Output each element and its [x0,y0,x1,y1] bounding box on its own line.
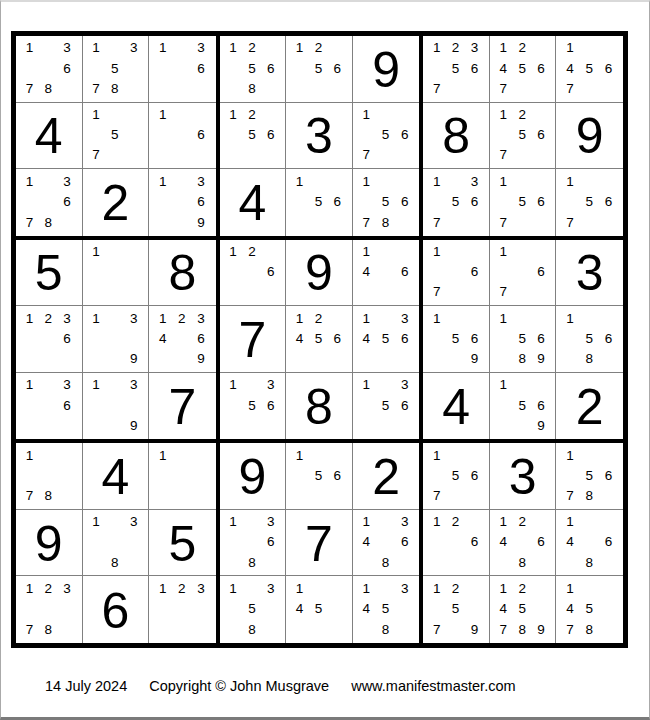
candidate-empty [532,578,551,599]
candidate-empty [172,125,191,145]
candidate-grid: 1245789 [494,578,551,640]
cell-r9c1[interactable]: 12378 [16,576,83,643]
candidate-empty [494,416,513,437]
cell-r9c3[interactable]: 123 [149,576,216,643]
candidate-empty [599,349,618,369]
cell-r8c1[interactable]: 9 [16,510,83,577]
cell-r8c3[interactable]: 5 [149,510,216,577]
cell-r6c5[interactable]: 8 [286,373,353,440]
candidate-empty [395,282,414,302]
cell-r5c1[interactable]: 1236 [16,306,83,373]
cell-r6c8[interactable]: 1569 [490,373,557,440]
candidate-digit: 1 [224,375,243,396]
cell-r6c4[interactable]: 1356 [220,373,287,440]
candidate-empty [309,578,328,599]
cell-r4c3[interactable]: 8 [149,240,216,307]
candidate-digit: 3 [191,578,210,599]
cell-r7c4[interactable]: 9 [220,443,287,510]
candidate-grid: 1567 [427,445,484,506]
cell-r1c2[interactable]: 13578 [83,36,150,103]
candidate-empty [376,242,395,262]
candidate-empty [494,328,513,348]
candidate-grid: 156 [290,171,347,233]
cell-r3c6[interactable]: 15678 [353,169,420,236]
cell-r6c1[interactable]: 136 [16,373,83,440]
candidate-empty [309,619,328,640]
candidate-digit: 8 [376,212,395,233]
cell-r5c2[interactable]: 139 [83,306,150,373]
candidate-digit: 6 [261,395,280,416]
candidate-empty [395,552,414,572]
candidate-digit: 4 [494,599,513,620]
candidate-empty [599,212,618,233]
candidate-empty [446,619,465,640]
cell-value: 9 [35,517,63,569]
candidate-empty [261,105,280,125]
box-r2c3: 16716731569156891568415692 [421,238,625,442]
candidate-empty [290,349,309,369]
candidate-digit: 8 [243,552,262,572]
cell-r4c2[interactable]: 1 [83,240,150,307]
candidate-grid: 156 [290,445,347,506]
candidate-digit: 5 [376,395,395,416]
cell-r3c3[interactable]: 1369 [149,169,216,236]
candidate-grid: 1356 [357,375,415,437]
candidate-empty [599,171,618,192]
cell-r8c9[interactable]: 1468 [556,510,623,577]
candidate-empty [224,552,243,572]
candidate-empty [580,38,599,58]
candidate-digit: 1 [224,578,243,599]
candidate-digit: 1 [494,578,513,599]
candidate-empty [532,242,551,262]
candidate-empty [105,395,124,416]
candidate-empty [376,512,395,532]
candidate-digit: 7 [494,212,513,233]
candidate-digit: 1 [560,512,579,532]
candidate-digit: 6 [465,532,484,552]
cell-r1c5[interactable]: 1256 [286,36,353,103]
candidate-empty [513,262,532,282]
candidate-empty [560,466,579,486]
cell-r7c1[interactable]: 178 [16,443,83,510]
cell-r6c7[interactable]: 4 [423,373,490,440]
candidate-empty [532,171,551,192]
candidate-empty [172,192,191,213]
cell-value: 4 [442,380,470,432]
cell-r5c9[interactable]: 1568 [556,306,623,373]
cell-r2c4[interactable]: 1256 [220,103,287,170]
cell-r5c7[interactable]: 1569 [423,306,490,373]
candidate-empty [357,395,376,416]
candidate-digit: 6 [465,58,484,78]
candidate-empty [224,416,243,437]
cell-r6c2[interactable]: 139 [83,373,150,440]
candidate-digit: 7 [20,619,39,640]
cell-r9c7[interactable]: 12579 [423,576,490,643]
cell-r3c2[interactable]: 2 [83,169,150,236]
candidate-digit: 1 [224,105,243,125]
candidate-grid: 1369 [153,171,211,233]
candidate-empty [328,599,347,620]
candidate-digit: 8 [513,349,532,369]
candidate-grid: 12579 [427,578,484,640]
cell-r9c4[interactable]: 1358 [220,576,287,643]
cell-r8c5[interactable]: 7 [286,510,353,577]
candidate-empty [395,212,414,233]
candidate-empty [105,145,124,165]
candidate-grid: 12468 [494,512,551,573]
candidate-empty [357,619,376,640]
cell-r4c7[interactable]: 167 [423,240,490,307]
candidate-digit: 6 [395,532,414,552]
cell-r9c8[interactable]: 1245789 [490,576,557,643]
candidate-digit: 5 [513,58,532,78]
cell-value: 2 [372,450,400,502]
cell-r4c6[interactable]: 146 [353,240,420,307]
candidate-grid: 138 [87,512,144,573]
candidate-empty [191,78,210,98]
candidate-empty [105,242,124,262]
cell-r7c6[interactable]: 2 [353,443,420,510]
candidate-empty [580,171,599,192]
candidate-empty [87,58,106,78]
candidate-grid: 123567 [427,38,484,99]
candidate-empty [494,552,513,572]
candidate-empty [395,416,414,437]
cell-r1c3[interactable]: 136 [149,36,216,103]
cell-r7c9[interactable]: 15678 [556,443,623,510]
candidate-empty [39,171,58,192]
candidate-empty [87,395,106,416]
candidate-empty [560,192,579,213]
candidate-empty [376,171,395,192]
cell-r2c7[interactable]: 8 [423,103,490,170]
candidate-empty [172,58,191,78]
cell-r1c1[interactable]: 13678 [16,36,83,103]
cell-value: 3 [576,246,604,298]
candidate-empty [20,192,39,213]
cell-r3c8[interactable]: 1567 [490,169,557,236]
candidate-grid: 12378 [20,578,77,640]
candidate-digit: 1 [560,171,579,192]
candidate-digit: 6 [328,466,347,486]
candidate-digit: 6 [328,192,347,213]
candidate-empty [599,578,618,599]
candidate-empty [465,512,484,532]
candidate-empty [580,578,599,599]
cell-value: 4 [101,450,129,502]
candidate-digit: 3 [465,171,484,192]
candidate-digit: 5 [376,192,395,213]
candidate-empty [599,308,618,328]
candidate-digit: 1 [494,308,513,328]
candidate-empty [153,212,172,233]
candidate-digit: 1 [494,105,513,125]
cell-value: 7 [239,313,267,365]
candidate-empty [261,552,280,572]
candidate-empty [172,212,191,233]
candidate-empty [599,512,618,532]
candidate-digit: 7 [20,78,39,98]
candidate-empty [309,445,328,465]
candidate-empty [39,58,58,78]
candidate-grid: 136 [153,38,211,99]
candidate-empty [224,395,243,416]
candidate-empty [446,552,465,572]
candidate-empty [224,282,243,302]
candidate-empty [513,78,532,98]
box-r3c1: 1784191385123786123 [14,441,218,645]
candidate-grid: 167 [427,242,484,303]
candidate-digit: 5 [309,599,328,620]
candidate-digit: 7 [427,282,446,302]
cell-r9c9[interactable]: 14578 [556,576,623,643]
cell-r1c9[interactable]: 14567 [556,36,623,103]
candidate-digit: 5 [243,58,262,78]
candidate-empty [124,145,143,165]
cell-value: 3 [509,450,537,502]
cell-r1c8[interactable]: 124567 [490,36,557,103]
candidate-empty [532,375,551,396]
candidate-empty [39,38,58,58]
candidate-digit: 6 [532,262,551,282]
candidate-digit: 9 [191,349,210,369]
candidate-empty [224,145,243,165]
candidate-digit: 2 [243,38,262,58]
candidate-empty [395,349,414,369]
cell-value: 9 [576,109,604,161]
candidate-empty [427,328,446,348]
candidate-empty [124,242,143,262]
candidate-digit: 7 [87,78,106,98]
cell-r9c2[interactable]: 6 [83,576,150,643]
box-r3c3: 156731567812612468146812579124578914578 [421,441,625,645]
candidate-digit: 3 [191,171,210,192]
cell-r4c9[interactable]: 3 [556,240,623,307]
candidate-grid: 12567 [494,105,551,166]
candidate-digit: 2 [446,38,465,58]
cell-r7c8[interactable]: 3 [490,443,557,510]
candidate-empty [87,552,106,572]
cell-r8c7[interactable]: 126 [423,510,490,577]
candidate-digit: 5 [309,466,328,486]
candidate-empty [172,328,191,348]
candidate-digit: 4 [290,599,309,620]
cell-r2c8[interactable]: 12567 [490,103,557,170]
candidate-digit: 6 [191,125,210,145]
candidate-empty [328,212,347,233]
candidate-digit: 1 [357,171,376,192]
cell-r5c8[interactable]: 15689 [490,306,557,373]
candidate-digit: 5 [580,466,599,486]
candidate-digit: 3 [124,375,143,396]
candidate-empty [465,308,484,328]
cell-r3c7[interactable]: 13567 [423,169,490,236]
candidate-empty [376,349,395,369]
cell-r5c5[interactable]: 12456 [286,306,353,373]
candidate-empty [261,38,280,58]
candidate-empty [290,78,309,98]
candidate-digit: 6 [261,125,280,145]
candidate-digit: 5 [243,395,262,416]
candidate-digit: 1 [20,445,39,465]
cell-r3c4[interactable]: 4 [220,169,287,236]
cell-r7c5[interactable]: 156 [286,443,353,510]
candidate-digit: 6 [532,125,551,145]
candidate-digit: 6 [191,328,210,348]
cell-r5c4[interactable]: 7 [220,306,287,373]
candidate-digit: 5 [105,125,124,145]
candidate-empty [124,328,143,348]
cell-r8c2[interactable]: 138 [83,510,150,577]
cell-r2c6[interactable]: 1567 [353,103,420,170]
candidate-empty [105,105,124,125]
cell-r1c4[interactable]: 12568 [220,36,287,103]
candidate-digit: 7 [87,145,106,165]
candidate-digit: 5 [446,192,465,213]
candidate-empty [446,171,465,192]
cell-r3c5[interactable]: 156 [286,169,353,236]
candidate-grid: 12456 [290,308,347,369]
cell-r5c6[interactable]: 13456 [353,306,420,373]
candidate-empty [58,466,77,486]
candidate-digit: 6 [191,192,210,213]
cell-r7c2[interactable]: 4 [83,443,150,510]
candidate-empty [395,171,414,192]
candidate-empty [191,466,210,486]
candidate-empty [357,416,376,437]
cell-r6c6[interactable]: 1356 [353,373,420,440]
cell-r1c7[interactable]: 123567 [423,36,490,103]
cell-r2c3[interactable]: 16 [149,103,216,170]
candidate-empty [105,375,124,396]
candidate-digit: 4 [357,599,376,620]
candidate-digit: 6 [532,532,551,552]
cell-r4c8[interactable]: 167 [490,240,557,307]
candidate-grid: 1356 [224,375,281,437]
cell-r2c2[interactable]: 157 [83,103,150,170]
candidate-digit: 6 [395,262,414,282]
cell-r2c1[interactable]: 4 [16,103,83,170]
candidate-empty [560,349,579,369]
candidate-empty [224,78,243,98]
candidate-empty [191,619,210,640]
candidate-empty [328,349,347,369]
cell-r6c9[interactable]: 2 [556,373,623,440]
candidate-empty [58,486,77,506]
candidate-digit: 3 [58,171,77,192]
candidate-empty [309,486,328,506]
candidate-digit: 7 [20,212,39,233]
candidate-grid: 1468 [560,512,618,573]
candidate-empty [224,262,243,282]
cell-r8c4[interactable]: 1368 [220,510,287,577]
candidate-empty [580,212,599,233]
footer-copyright: Copyright © John Musgrave [149,678,329,694]
candidate-empty [58,349,77,369]
cell-r4c5[interactable]: 9 [286,240,353,307]
cell-r7c7[interactable]: 1567 [423,443,490,510]
candidate-digit: 8 [39,619,58,640]
candidate-empty [465,78,484,98]
cell-r8c8[interactable]: 12468 [490,510,557,577]
candidate-empty [309,171,328,192]
candidate-grid: 1358 [224,578,281,640]
candidate-empty [124,532,143,552]
candidate-empty [376,145,395,165]
candidate-empty [599,38,618,58]
candidate-digit: 1 [153,308,172,328]
cell-r9c5[interactable]: 145 [286,576,353,643]
candidate-empty [427,192,446,213]
candidate-digit: 4 [357,532,376,552]
candidate-digit: 5 [580,58,599,78]
candidate-empty [153,599,172,620]
cell-r2c5[interactable]: 3 [286,103,353,170]
cell-r3c1[interactable]: 13678 [16,169,83,236]
candidate-empty [395,145,414,165]
candidate-empty [599,552,618,572]
candidate-empty [290,58,309,78]
cell-r4c4[interactable]: 126 [220,240,287,307]
candidate-digit: 6 [328,328,347,348]
candidate-grid: 13468 [357,512,415,573]
candidate-grid: 136 [20,375,77,437]
candidate-digit: 2 [513,578,532,599]
candidate-grid: 1569 [427,308,484,369]
candidate-empty [191,445,210,465]
candidate-digit: 6 [599,532,618,552]
candidate-empty [39,192,58,213]
cell-r2c9[interactable]: 9 [556,103,623,170]
candidate-empty [465,212,484,233]
candidate-empty [395,619,414,640]
cell-r8c6[interactable]: 13468 [353,510,420,577]
candidate-grid: 1256 [224,105,281,166]
cell-value: 9 [239,450,267,502]
candidate-digit: 8 [105,78,124,98]
candidate-digit: 5 [309,192,328,213]
box-r1c2: 1256812569125631567415615678 [218,34,422,238]
candidate-digit: 3 [58,308,77,328]
candidate-digit: 1 [290,445,309,465]
candidate-digit: 6 [532,395,551,416]
cell-value: 9 [372,43,400,95]
candidate-digit: 1 [560,445,579,465]
cell-r4c1[interactable]: 5 [16,240,83,307]
candidate-empty [560,552,579,572]
candidate-grid: 1 [87,242,144,303]
candidate-empty [172,466,191,486]
cell-r3c9[interactable]: 1567 [556,169,623,236]
candidate-digit: 1 [357,512,376,532]
candidate-empty [376,416,395,437]
candidate-empty [172,349,191,369]
candidate-empty [39,466,58,486]
candidate-grid: 14567 [560,38,618,99]
cell-value: 3 [305,109,333,161]
cell-r5c3[interactable]: 123469 [149,306,216,373]
cell-r7c3[interactable]: 1 [149,443,216,510]
candidate-empty [465,578,484,599]
cell-r1c6[interactable]: 9 [353,36,420,103]
candidate-digit: 4 [494,58,513,78]
cell-r6c3[interactable]: 7 [149,373,216,440]
cell-r9c6[interactable]: 13458 [353,576,420,643]
candidate-empty [532,38,551,58]
cell-value: 2 [576,380,604,432]
